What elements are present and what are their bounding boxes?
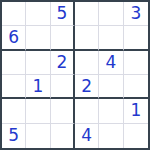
sudoku-cell-r5c1[interactable]	[2, 99, 26, 123]
sudoku-cell-r6c1[interactable]: 5	[2, 124, 26, 148]
sudoku-cell-r4c5[interactable]	[99, 75, 123, 99]
sudoku-cell-r3c1[interactable]	[2, 51, 26, 75]
given-digit: 2	[56, 54, 67, 71]
sudoku-cell-r3c6[interactable]	[124, 51, 148, 75]
sudoku-cell-r1c2[interactable]	[26, 2, 50, 26]
sudoku-cell-r2c4[interactable]	[75, 26, 99, 50]
given-digit: 4	[106, 54, 117, 71]
sudoku-cell-r2c6[interactable]	[124, 26, 148, 50]
sudoku-cell-r2c5[interactable]	[99, 26, 123, 50]
sudoku-cell-r1c1[interactable]	[2, 2, 26, 26]
sudoku-cell-r4c1[interactable]	[2, 75, 26, 99]
sudoku-cell-r3c4[interactable]	[75, 51, 99, 75]
given-digit: 1	[130, 102, 141, 119]
sudoku-cell-r6c3[interactable]	[51, 124, 75, 148]
sudoku-cell-r4c4[interactable]: 2	[75, 75, 99, 99]
sudoku-cell-r1c6[interactable]: 3	[124, 2, 148, 26]
sudoku-cell-r2c1[interactable]: 6	[2, 26, 26, 50]
sudoku-cell-r2c2[interactable]	[26, 26, 50, 50]
sudoku-cell-r5c6[interactable]: 1	[124, 99, 148, 123]
sudoku-board: 5362412154	[0, 0, 150, 150]
sudoku-cell-r1c3[interactable]: 5	[51, 2, 75, 26]
sudoku-cell-r6c4[interactable]: 4	[75, 124, 99, 148]
sudoku-cell-r1c5[interactable]	[99, 2, 123, 26]
sudoku-cell-r5c5[interactable]	[99, 99, 123, 123]
given-digit: 2	[81, 78, 92, 95]
sudoku-cell-r6c2[interactable]	[26, 124, 50, 148]
given-digit: 4	[81, 127, 92, 144]
given-digit: 5	[8, 127, 19, 144]
sudoku-cell-r1c4[interactable]	[75, 2, 99, 26]
sudoku-cell-r3c2[interactable]	[26, 51, 50, 75]
given-digit: 1	[33, 78, 44, 95]
sudoku-cell-r5c4[interactable]	[75, 99, 99, 123]
given-digit: 3	[130, 5, 141, 22]
given-digit: 6	[8, 29, 19, 46]
given-digit: 5	[56, 5, 67, 22]
sudoku-cell-r6c5[interactable]	[99, 124, 123, 148]
sudoku-cell-r5c3[interactable]	[51, 99, 75, 123]
sudoku-cell-r4c6[interactable]	[124, 75, 148, 99]
sudoku-cell-r6c6[interactable]	[124, 124, 148, 148]
sudoku-cell-r3c5[interactable]: 4	[99, 51, 123, 75]
sudoku-cell-r3c3[interactable]: 2	[51, 51, 75, 75]
sudoku-cell-r4c3[interactable]	[51, 75, 75, 99]
sudoku-cell-r4c2[interactable]: 1	[26, 75, 50, 99]
sudoku-cell-r2c3[interactable]	[51, 26, 75, 50]
sudoku-cell-r5c2[interactable]	[26, 99, 50, 123]
